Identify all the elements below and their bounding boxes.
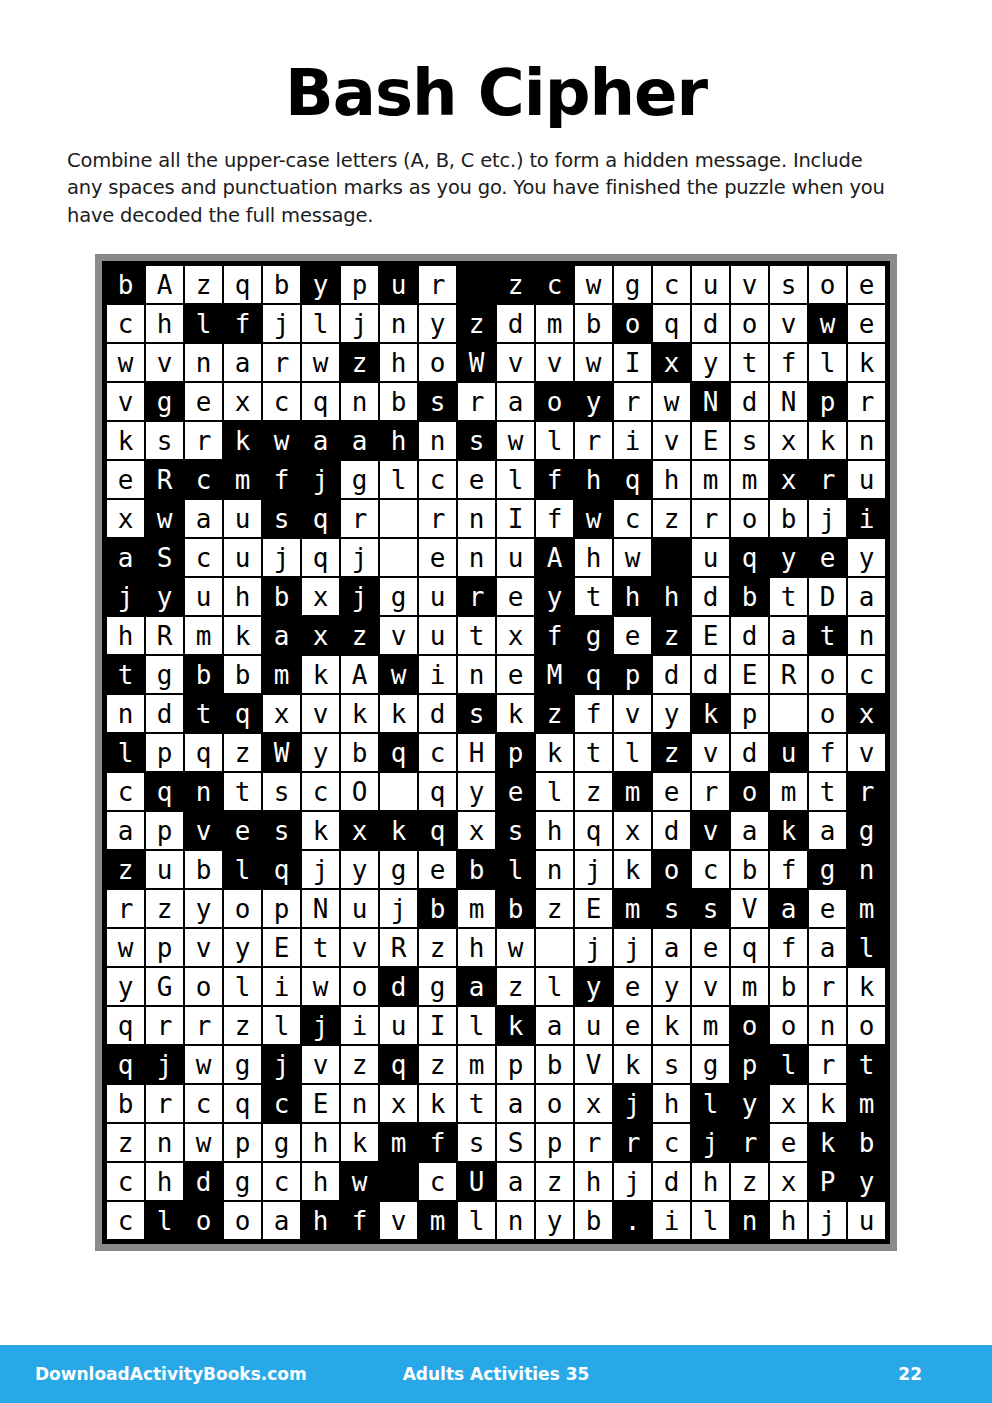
grid-cell: m [458, 890, 495, 927]
grid-cell: x [341, 812, 378, 849]
grid-cell: s [497, 812, 534, 849]
grid-cell: y [302, 734, 339, 771]
grid-cell: c [848, 656, 885, 693]
grid-cell: a [770, 890, 807, 927]
grid-cell: r [848, 773, 885, 810]
grid-cell: p [536, 1124, 573, 1161]
grid-cell: h [302, 1124, 339, 1161]
grid-cell: x [575, 1085, 612, 1122]
grid-cell: v [341, 929, 378, 966]
grid-cell: a [107, 539, 144, 576]
grid-cell: r [614, 383, 651, 420]
grid-cell: r [614, 1124, 651, 1161]
grid-cell: y [692, 344, 729, 381]
grid-cell: x [770, 461, 807, 498]
grid-cell: q [107, 1046, 144, 1083]
grid-cell: z [497, 266, 534, 303]
grid-cell: f [536, 500, 573, 537]
grid-cell: k [302, 812, 339, 849]
grid-cell: e [692, 929, 729, 966]
grid-cell: m [731, 461, 768, 498]
grid-cell: p [224, 1124, 261, 1161]
grid-cell: R [146, 461, 183, 498]
grid-cell: w [185, 1046, 222, 1083]
grid-cell: n [458, 539, 495, 576]
grid-cell: p [146, 734, 183, 771]
grid-cell: q [107, 1007, 144, 1044]
grid-cell: b [107, 266, 144, 303]
grid-cell: E [731, 656, 768, 693]
grid-cell: b [731, 851, 768, 888]
grid-cell: i [614, 422, 651, 459]
grid-cell: l [770, 1046, 807, 1083]
grid-cell: r [419, 266, 456, 303]
grid-cell: w [497, 929, 534, 966]
grid-cell: n [809, 1007, 846, 1044]
page-title: Bash Cipher [0, 0, 992, 127]
grid-cell: i [263, 968, 300, 1005]
grid-cell: y [458, 773, 495, 810]
grid-cell: e [419, 539, 456, 576]
grid-cell: w [302, 344, 339, 381]
grid-cell: w [107, 344, 144, 381]
grid-cell: a [809, 812, 846, 849]
grid-cell: z [224, 1007, 261, 1044]
grid-cell: h [380, 422, 417, 459]
grid-cell: n [536, 851, 573, 888]
grid-cell: v [146, 344, 183, 381]
grid-cell: w [575, 344, 612, 381]
grid-cell: u [848, 461, 885, 498]
grid-cell: S [497, 1124, 534, 1161]
grid-cell: k [341, 1124, 378, 1161]
grid-cell: I [497, 500, 534, 537]
grid-cell: t [302, 929, 339, 966]
grid-cell: o [185, 968, 222, 1005]
grid-cell: E [302, 1085, 339, 1122]
grid-cell: j [263, 1046, 300, 1083]
grid-cell [380, 539, 417, 576]
grid-cell: l [224, 968, 261, 1005]
grid-cell: z [341, 1046, 378, 1083]
grid-cell: t [848, 1046, 885, 1083]
grid-cell: W [263, 734, 300, 771]
grid-cell: s [653, 890, 690, 927]
grid-cell: A [146, 266, 183, 303]
grid-cell: j [146, 1046, 183, 1083]
grid-cell: k [614, 851, 651, 888]
grid-cell: f [224, 305, 261, 342]
grid-cell: c [185, 539, 222, 576]
grid-cell: s [263, 812, 300, 849]
grid-cell: h [575, 539, 612, 576]
grid-cell: k [107, 422, 144, 459]
grid-cell: m [770, 773, 807, 810]
grid-cell: q [302, 539, 339, 576]
grid-cell: x [614, 812, 651, 849]
grid-cell: q [224, 695, 261, 732]
grid-cell: t [770, 578, 807, 615]
grid-cell: y [341, 851, 378, 888]
grid-cell: d [380, 968, 417, 1005]
grid-cell: y [302, 266, 339, 303]
grid-cell: m [692, 461, 729, 498]
grid-cell: k [497, 695, 534, 732]
grid-cell: l [458, 1007, 495, 1044]
grid-cell: b [185, 851, 222, 888]
grid-cell: a [263, 1202, 300, 1239]
grid-cell: x [770, 1163, 807, 1200]
grid-cell: i [419, 656, 456, 693]
grid-cell: v [731, 266, 768, 303]
grid-cell: . [614, 1202, 651, 1239]
grid-cell: x [302, 617, 339, 654]
grid-cell: q [575, 812, 612, 849]
grid-cell [380, 773, 417, 810]
grid-cell: V [575, 1046, 612, 1083]
grid-cell: t [575, 734, 612, 771]
grid-cell: o [224, 1202, 261, 1239]
grid-cell: A [341, 656, 378, 693]
grid-cell: x [770, 422, 807, 459]
grid-cell: z [536, 695, 573, 732]
grid-cell: v [536, 344, 573, 381]
grid-cell: f [770, 851, 807, 888]
grid-cell: v [302, 695, 339, 732]
grid-cell: e [848, 305, 885, 342]
grid-cell: b [263, 266, 300, 303]
grid-cell: m [224, 461, 261, 498]
grid-cell: g [575, 617, 612, 654]
grid-cell: k [224, 617, 261, 654]
grid-cell: l [497, 461, 534, 498]
grid-cell: v [653, 422, 690, 459]
grid-cell: k [848, 968, 885, 1005]
grid-cell: n [419, 422, 456, 459]
grid-cell: y [653, 968, 690, 1005]
grid-cell: p [731, 1046, 768, 1083]
grid-cell: p [146, 812, 183, 849]
grid-cell: m [614, 773, 651, 810]
grid-cell: y [770, 539, 807, 576]
grid-cell: n [341, 383, 378, 420]
grid-cell: u [848, 1202, 885, 1239]
grid-cell: q [263, 851, 300, 888]
grid-cell: z [731, 1163, 768, 1200]
grid-cell: v [614, 695, 651, 732]
grid-cell: z [536, 1163, 573, 1200]
grid-cell: w [146, 500, 183, 537]
grid-cell: y [146, 578, 183, 615]
grid-cell: o [731, 500, 768, 537]
grid-cell: f [809, 734, 846, 771]
grid-cell: l [497, 851, 534, 888]
grid-cell: l [458, 1202, 495, 1239]
grid-cell: f [419, 1124, 456, 1161]
grid-cell: o [731, 305, 768, 342]
grid-cell: v [380, 617, 417, 654]
grid-cell: l [536, 773, 573, 810]
grid-cell: i [341, 1007, 378, 1044]
grid-cell: o [809, 656, 846, 693]
instruction-line: any spaces and punctuation marks as you … [67, 174, 932, 201]
grid-cell: d [731, 734, 768, 771]
grid-cell: m [380, 1124, 417, 1161]
grid-cell: e [614, 617, 651, 654]
grid-cell: t [458, 1085, 495, 1122]
grid-cell: h [146, 305, 183, 342]
grid-cell: m [185, 617, 222, 654]
grid-cell: k [809, 1085, 846, 1122]
grid-cell: e [614, 968, 651, 1005]
grid-cell: x [224, 383, 261, 420]
grid-cell: a [224, 344, 261, 381]
grid-cell: w [302, 968, 339, 1005]
grid-cell: w [185, 1124, 222, 1161]
grid-cell: l [692, 1202, 729, 1239]
grid-cell: s [770, 266, 807, 303]
grid-cell: b [770, 968, 807, 1005]
grid-cell: k [614, 1046, 651, 1083]
grid-cell: r [185, 422, 222, 459]
grid-cell: h [692, 1163, 729, 1200]
grid-cell: q [575, 656, 612, 693]
grid-cell: h [380, 344, 417, 381]
grid-cell: h [653, 1085, 690, 1122]
grid-cell: d [653, 1163, 690, 1200]
grid-cell: E [692, 617, 729, 654]
grid-cell: q [302, 383, 339, 420]
grid-cell: p [497, 1046, 534, 1083]
grid-cell: w [263, 422, 300, 459]
grid-cell: w [809, 305, 846, 342]
grid-cell: l [614, 734, 651, 771]
grid-cell: a [809, 929, 846, 966]
grid-cell: A [536, 539, 573, 576]
grid-cell: h [770, 1202, 807, 1239]
grid-cell: p [497, 734, 534, 771]
grid-cell: r [458, 578, 495, 615]
grid-cell: c [107, 1202, 144, 1239]
grid-cell: x [770, 1085, 807, 1122]
grid-cell: h [653, 461, 690, 498]
grid-cell: n [185, 773, 222, 810]
grid-cell: H [458, 734, 495, 771]
grid-cell: p [809, 383, 846, 420]
grid-cell: y [419, 305, 456, 342]
instruction-line: Combine all the upper-case letters (A, B… [67, 147, 932, 174]
grid-cell: y [575, 968, 612, 1005]
grid-cell: y [848, 539, 885, 576]
grid-cell: x [263, 695, 300, 732]
grid-cell: n [731, 1202, 768, 1239]
grid-cell: y [848, 1163, 885, 1200]
grid-cell: y [575, 383, 612, 420]
grid-cell: q [419, 773, 456, 810]
grid-cell: x [107, 500, 144, 537]
grid-cell: r [107, 890, 144, 927]
grid-cell: j [107, 578, 144, 615]
grid-cell: k [692, 695, 729, 732]
grid-cell: y [536, 1202, 573, 1239]
grid-cell: o [419, 344, 456, 381]
grid-cell: s [653, 1046, 690, 1083]
grid-cell: z [497, 968, 534, 1005]
grid-cell: f [536, 461, 573, 498]
grid-cell: f [263, 461, 300, 498]
grid-cell: j [575, 929, 612, 966]
grid-cell: b [575, 1202, 612, 1239]
grid-cell: c [263, 383, 300, 420]
grid-cell: k [809, 422, 846, 459]
grid-cell: c [107, 773, 144, 810]
grid-cell: r [809, 461, 846, 498]
grid-cell: c [536, 266, 573, 303]
grid-cell: j [614, 929, 651, 966]
grid-cell: h [458, 929, 495, 966]
grid-cell: e [848, 266, 885, 303]
grid-cell: z [536, 890, 573, 927]
grid-cell: m [614, 890, 651, 927]
grid-cell: o [614, 305, 651, 342]
grid-cell: a [497, 1163, 534, 1200]
grid-cell: h [614, 578, 651, 615]
grid-cell: d [692, 578, 729, 615]
grid-cell: n [146, 1124, 183, 1161]
grid-cell: p [341, 266, 378, 303]
grid-cell: q [380, 734, 417, 771]
grid-cell: k [419, 1085, 456, 1122]
grid-cell: i [848, 500, 885, 537]
grid-cell: e [458, 461, 495, 498]
grid-cell: E [263, 929, 300, 966]
grid-cell: k [770, 812, 807, 849]
grid-cell: g [146, 383, 183, 420]
grid-cell: m [848, 1085, 885, 1122]
grid-cell: y [224, 929, 261, 966]
grid-cell: g [848, 812, 885, 849]
grid-cell: u [692, 539, 729, 576]
grid-cell: w [107, 929, 144, 966]
grid-cell: S [146, 539, 183, 576]
grid-cell: m [848, 890, 885, 927]
grid-cell: r [692, 500, 729, 537]
puzzle-grid-frame: bAzqbypurzcwgcuvsoechlfjljnyzdmboqdovwew… [95, 254, 897, 1251]
grid-cell: a [107, 812, 144, 849]
grid-cell: q [224, 266, 261, 303]
grid-cell: j [809, 1202, 846, 1239]
grid-cell: z [419, 1046, 456, 1083]
puzzle-grid: bAzqbypurzcwgcuvsoechlfjljnyzdmboqdovwew… [102, 261, 890, 1244]
grid-cell: m [458, 1046, 495, 1083]
grid-cell: p [263, 890, 300, 927]
grid-cell: j [302, 851, 339, 888]
grid-cell: y [731, 1085, 768, 1122]
grid-cell: w [653, 383, 690, 420]
grid-cell: w [575, 500, 612, 537]
grid-cell: b [458, 851, 495, 888]
grid-cell: j [302, 1007, 339, 1044]
grid-cell: g [224, 1163, 261, 1200]
grid-cell: e [185, 383, 222, 420]
grid-cell: r [809, 1046, 846, 1083]
grid-cell: w [341, 1163, 378, 1200]
grid-cell: u [692, 266, 729, 303]
grid-cell: z [653, 734, 690, 771]
grid-cell: N [302, 890, 339, 927]
grid-cell: m [419, 1202, 456, 1239]
grid-cell: o [809, 695, 846, 732]
grid-cell: l [185, 305, 222, 342]
grid-cell: j [380, 890, 417, 927]
grid-cell: q [185, 734, 222, 771]
grid-cell: n [458, 656, 495, 693]
grid-cell: r [185, 1007, 222, 1044]
grid-cell: g [146, 656, 183, 693]
grid-cell: x [380, 1085, 417, 1122]
grid-cell: u [575, 1007, 612, 1044]
grid-cell: o [536, 383, 573, 420]
grid-cell: s [146, 422, 183, 459]
grid-cell: g [692, 1046, 729, 1083]
grid-cell: j [614, 1085, 651, 1122]
grid-cell [458, 266, 495, 303]
grid-cell: d [731, 383, 768, 420]
grid-cell: c [653, 1124, 690, 1161]
grid-cell: x [302, 578, 339, 615]
grid-cell: c [263, 1163, 300, 1200]
grid-cell: d [185, 1163, 222, 1200]
grid-cell: b [224, 656, 261, 693]
grid-cell: c [107, 305, 144, 342]
grid-cell: v [185, 929, 222, 966]
grid-cell: b [107, 1085, 144, 1122]
grid-cell: v [770, 305, 807, 342]
grid-cell: n [848, 851, 885, 888]
grid-cell: v [692, 812, 729, 849]
grid-cell: o [653, 851, 690, 888]
grid-cell: e [497, 773, 534, 810]
grid-cell: q [731, 929, 768, 966]
grid-cell: a [458, 968, 495, 1005]
grid-cell: n [341, 1085, 378, 1122]
grid-cell: z [419, 929, 456, 966]
grid-cell: d [653, 656, 690, 693]
grid-cell: c [107, 1163, 144, 1200]
grid-cell: v [107, 383, 144, 420]
grid-cell: R [146, 617, 183, 654]
grid-cell: c [419, 1163, 456, 1200]
footer-bar: DownloadActivityBooks.com Adults Activit… [0, 1345, 992, 1403]
grid-cell: r [341, 500, 378, 537]
grid-cell: t [575, 578, 612, 615]
grid-cell: h [575, 1163, 612, 1200]
grid-cell: p [146, 929, 183, 966]
grid-cell: w [614, 539, 651, 576]
grid-cell: f [575, 695, 612, 732]
grid-cell: g [380, 851, 417, 888]
grid-cell: q [419, 812, 456, 849]
grid-cell [653, 539, 690, 576]
footer-page-number: 22 [898, 1364, 922, 1384]
grid-cell: s [263, 500, 300, 537]
grid-cell: e [653, 773, 690, 810]
grid-cell: j [809, 500, 846, 537]
grid-cell: g [224, 1046, 261, 1083]
grid-cell: h [302, 1202, 339, 1239]
grid-cell: a [497, 1085, 534, 1122]
grid-cell: r [575, 422, 612, 459]
